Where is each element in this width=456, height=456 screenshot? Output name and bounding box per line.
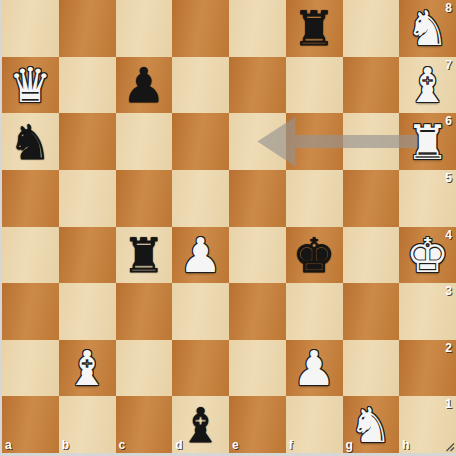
square-b5[interactable] — [59, 170, 116, 227]
square-b8[interactable] — [59, 0, 116, 57]
square-d6[interactable] — [172, 113, 229, 170]
coordinate-file-h: h — [402, 438, 409, 452]
square-g1[interactable]: ♞g — [343, 396, 400, 453]
piece-black-king-f4[interactable]: ♚ — [286, 227, 343, 284]
square-h8[interactable]: ♞8 — [399, 0, 456, 57]
square-a8[interactable] — [2, 0, 59, 57]
square-g8[interactable] — [343, 0, 400, 57]
square-e7[interactable] — [229, 57, 286, 114]
coordinate-rank-2: 2 — [445, 341, 452, 355]
square-e1[interactable]: e — [229, 396, 286, 453]
piece-white-bishop-b2[interactable]: ♝ — [59, 340, 116, 397]
square-f3[interactable] — [286, 283, 343, 340]
piece-white-bishop-h7[interactable]: ♝ — [399, 57, 456, 114]
square-f5[interactable] — [286, 170, 343, 227]
piece-black-rook-f8[interactable]: ♜ — [286, 0, 343, 57]
square-e3[interactable] — [229, 283, 286, 340]
square-c3[interactable] — [116, 283, 173, 340]
square-b4[interactable] — [59, 227, 116, 284]
square-g7[interactable] — [343, 57, 400, 114]
square-h6[interactable]: ♜6 — [399, 113, 456, 170]
square-h2[interactable]: 2 — [399, 340, 456, 397]
square-d2[interactable] — [172, 340, 229, 397]
coordinate-file-a: a — [5, 438, 12, 452]
square-e4[interactable] — [229, 227, 286, 284]
square-f6[interactable] — [286, 113, 343, 170]
square-e5[interactable] — [229, 170, 286, 227]
square-f8[interactable]: ♜ — [286, 0, 343, 57]
square-d4[interactable]: ♟ — [172, 227, 229, 284]
square-f4[interactable]: ♚ — [286, 227, 343, 284]
square-c5[interactable] — [116, 170, 173, 227]
square-d3[interactable] — [172, 283, 229, 340]
square-e6[interactable] — [229, 113, 286, 170]
square-c6[interactable] — [116, 113, 173, 170]
piece-white-queen-a7[interactable]: ♛ — [2, 57, 59, 114]
square-h3[interactable]: 3 — [399, 283, 456, 340]
square-c8[interactable] — [116, 0, 173, 57]
square-b7[interactable] — [59, 57, 116, 114]
piece-white-pawn-d4[interactable]: ♟ — [172, 227, 229, 284]
square-g5[interactable] — [343, 170, 400, 227]
square-c2[interactable] — [116, 340, 173, 397]
square-a1[interactable]: a — [2, 396, 59, 453]
coordinate-file-e: e — [232, 438, 239, 452]
square-f1[interactable]: f — [286, 396, 343, 453]
square-e8[interactable] — [229, 0, 286, 57]
square-g4[interactable] — [343, 227, 400, 284]
square-a3[interactable] — [2, 283, 59, 340]
resize-handle[interactable] — [444, 441, 455, 452]
square-a2[interactable] — [2, 340, 59, 397]
square-d8[interactable] — [172, 0, 229, 57]
square-a4[interactable] — [2, 227, 59, 284]
coordinate-file-c: c — [119, 438, 126, 452]
square-g6[interactable] — [343, 113, 400, 170]
square-h7[interactable]: ♝7 — [399, 57, 456, 114]
square-a6[interactable]: ♞ — [2, 113, 59, 170]
square-d5[interactable] — [172, 170, 229, 227]
square-b3[interactable] — [59, 283, 116, 340]
square-d1[interactable]: ♝d — [172, 396, 229, 453]
square-c4[interactable]: ♜ — [116, 227, 173, 284]
piece-white-pawn-f2[interactable]: ♟ — [286, 340, 343, 397]
square-g2[interactable] — [343, 340, 400, 397]
square-c1[interactable]: c — [116, 396, 173, 453]
square-c7[interactable]: ♟ — [116, 57, 173, 114]
coordinate-file-b: b — [62, 438, 69, 452]
square-a5[interactable] — [2, 170, 59, 227]
piece-white-king-h4[interactable]: ♚ — [399, 227, 456, 284]
square-f2[interactable]: ♟ — [286, 340, 343, 397]
coordinate-rank-5: 5 — [445, 171, 452, 185]
square-e2[interactable] — [229, 340, 286, 397]
square-b2[interactable]: ♝ — [59, 340, 116, 397]
coordinate-rank-1: 1 — [445, 397, 452, 411]
coordinate-rank-3: 3 — [445, 284, 452, 298]
square-h4[interactable]: ♚4 — [399, 227, 456, 284]
square-g3[interactable] — [343, 283, 400, 340]
square-f7[interactable] — [286, 57, 343, 114]
square-b6[interactable] — [59, 113, 116, 170]
chess-board: ♜♞8♛♟♝7♞♜65♜♟♚♚43♝♟2abc♝def♞g1h — [2, 0, 456, 453]
coordinate-file-f: f — [289, 438, 293, 452]
square-d7[interactable] — [172, 57, 229, 114]
piece-white-rook-h6[interactable]: ♜ — [399, 113, 456, 170]
square-a7[interactable]: ♛ — [2, 57, 59, 114]
piece-black-knight-a6[interactable]: ♞ — [2, 113, 59, 170]
piece-black-bishop-d1[interactable]: ♝ — [172, 396, 229, 453]
page-frame: ♜♞8♛♟♝7♞♜65♜♟♚♚43♝♟2abc♝def♞g1h — [0, 0, 456, 456]
square-b1[interactable]: b — [59, 396, 116, 453]
piece-white-knight-g1[interactable]: ♞ — [343, 396, 400, 453]
piece-black-rook-c4[interactable]: ♜ — [116, 227, 173, 284]
square-h5[interactable]: 5 — [399, 170, 456, 227]
piece-white-knight-h8[interactable]: ♞ — [399, 0, 456, 57]
piece-black-pawn-c7[interactable]: ♟ — [116, 57, 173, 114]
